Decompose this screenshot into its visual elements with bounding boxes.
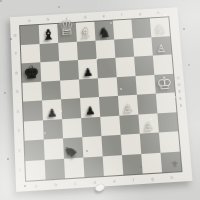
square-e1[interactable] bbox=[103, 155, 124, 176]
coord-label: 6 bbox=[15, 71, 18, 75]
coord-label: 2 bbox=[18, 149, 21, 153]
square-e5[interactable] bbox=[98, 77, 118, 97]
square-c3[interactable] bbox=[62, 118, 82, 139]
black-pawn-b4[interactable]: ♟ bbox=[47, 107, 57, 119]
square-g7[interactable] bbox=[133, 37, 153, 57]
square-b1[interactable] bbox=[45, 158, 65, 179]
square-c7[interactable] bbox=[58, 41, 78, 61]
coord-label: 5 bbox=[16, 90, 19, 94]
square-e3[interactable] bbox=[100, 115, 120, 136]
square-d3[interactable] bbox=[81, 116, 101, 137]
square-g3[interactable]: ♙ bbox=[138, 113, 159, 134]
square-f3[interactable] bbox=[119, 114, 139, 135]
square-g1[interactable] bbox=[141, 152, 162, 173]
square-h2[interactable] bbox=[159, 131, 180, 152]
square-f2[interactable] bbox=[121, 134, 142, 155]
coord-label: h bbox=[171, 175, 174, 179]
chess-board: abcdefgh 87654321 CHESS ♝♕♗♞♘♙♚♟♔♟♟♙♙♞⚜ … bbox=[10, 7, 193, 192]
coord-label: f bbox=[133, 178, 135, 182]
white-pawn-g3[interactable]: ♙ bbox=[143, 121, 154, 133]
board-grid: ♝♕♗♞♘♙♚♟♔♟♟♙♙♞⚜ bbox=[20, 17, 181, 180]
white-king-h5[interactable]: ♔ bbox=[156, 74, 173, 93]
coord-label: c bbox=[74, 181, 76, 185]
coord-label: 1 bbox=[19, 169, 22, 173]
photo-scene: abcdefgh 87654321 CHESS ♝♕♗♞♘♙♚♟♔♟♟♙♙♞⚜ … bbox=[0, 0, 200, 200]
coord-label: e bbox=[102, 14, 105, 18]
corner-emblem: ⚜ bbox=[170, 160, 179, 170]
square-a3[interactable] bbox=[24, 120, 44, 141]
square-e2[interactable] bbox=[101, 135, 122, 156]
coord-label: 4 bbox=[17, 110, 20, 114]
coord-label: 7 bbox=[14, 52, 17, 56]
square-c4[interactable] bbox=[61, 98, 81, 119]
coord-label: h bbox=[157, 11, 160, 15]
square-b7[interactable] bbox=[40, 42, 60, 62]
black-knight-e8[interactable]: ♞ bbox=[98, 25, 111, 39]
square-g2[interactable] bbox=[140, 132, 161, 153]
coord-label: b bbox=[47, 17, 50, 21]
square-g4[interactable] bbox=[137, 94, 157, 115]
square-c8[interactable]: ♕ bbox=[57, 23, 77, 43]
black-pawn-d6[interactable]: ♟ bbox=[83, 66, 93, 77]
square-c2[interactable]: ♞ bbox=[63, 137, 83, 158]
square-f1[interactable] bbox=[122, 153, 143, 174]
white-queen-c8[interactable]: ♕ bbox=[57, 18, 76, 39]
square-h5[interactable]: ♔ bbox=[154, 73, 174, 93]
square-h4[interactable] bbox=[156, 92, 177, 112]
white-knight-h8[interactable]: ♘ bbox=[153, 22, 166, 36]
square-f8[interactable] bbox=[113, 19, 133, 39]
coord-label: f bbox=[121, 13, 123, 17]
square-a5[interactable] bbox=[22, 81, 42, 101]
square-c5[interactable] bbox=[60, 79, 80, 99]
square-h3[interactable] bbox=[157, 112, 178, 133]
square-h1[interactable]: ⚜ bbox=[160, 151, 181, 172]
square-f4[interactable]: ♙ bbox=[118, 95, 138, 116]
square-f7[interactable] bbox=[114, 38, 134, 58]
coord-label: 3 bbox=[17, 129, 20, 133]
square-e6[interactable] bbox=[97, 58, 117, 78]
square-h8[interactable]: ♘ bbox=[150, 17, 170, 37]
coord-label: a bbox=[35, 184, 38, 188]
white-bishop-d8[interactable]: ♗ bbox=[79, 25, 93, 40]
square-d8[interactable]: ♗ bbox=[76, 22, 96, 42]
square-a1[interactable] bbox=[25, 159, 45, 180]
square-d7[interactable] bbox=[77, 40, 97, 60]
square-b4[interactable]: ♟ bbox=[42, 99, 62, 120]
square-a6[interactable]: ♚ bbox=[22, 62, 42, 82]
white-pawn-f4[interactable]: ♙ bbox=[123, 102, 134, 114]
square-g6[interactable] bbox=[134, 56, 154, 76]
square-a7[interactable] bbox=[21, 44, 41, 64]
square-b5[interactable] bbox=[41, 80, 61, 100]
square-a4[interactable] bbox=[23, 100, 43, 121]
square-g5[interactable] bbox=[135, 74, 155, 94]
coord-label: d bbox=[93, 180, 96, 184]
square-a8[interactable] bbox=[20, 25, 39, 45]
square-b3[interactable] bbox=[43, 119, 63, 140]
square-c6[interactable] bbox=[59, 60, 79, 80]
square-d1[interactable] bbox=[83, 156, 104, 177]
square-d5[interactable] bbox=[79, 78, 99, 98]
coord-label: e bbox=[113, 179, 116, 183]
square-d4[interactable]: ♟ bbox=[80, 97, 100, 118]
coord-label: d bbox=[84, 15, 87, 19]
square-a2[interactable] bbox=[25, 140, 45, 161]
square-b6[interactable] bbox=[40, 61, 60, 81]
square-b8[interactable]: ♝ bbox=[39, 24, 58, 44]
square-e7[interactable] bbox=[95, 39, 115, 59]
black-bishop-b8[interactable]: ♝ bbox=[42, 27, 56, 42]
square-e8[interactable]: ♞ bbox=[94, 21, 114, 41]
square-f6[interactable] bbox=[115, 57, 135, 77]
square-c1[interactable] bbox=[64, 157, 84, 178]
square-g8[interactable] bbox=[131, 18, 151, 38]
dust-speckles bbox=[0, 0, 2, 2]
black-pawn-d4[interactable]: ♟ bbox=[85, 105, 96, 117]
square-d2[interactable] bbox=[82, 136, 102, 157]
coord-label: g bbox=[139, 12, 142, 16]
square-d6[interactable]: ♟ bbox=[78, 59, 98, 79]
coord-label: b bbox=[54, 183, 57, 187]
white-pawn-h7[interactable]: ♙ bbox=[156, 43, 167, 54]
square-f5[interactable] bbox=[117, 76, 137, 96]
coord-label: a bbox=[28, 18, 31, 22]
black-king-a6[interactable]: ♚ bbox=[23, 63, 40, 81]
coord-label: 8 bbox=[14, 34, 17, 38]
coord-label: g bbox=[151, 177, 154, 181]
square-h7[interactable]: ♙ bbox=[151, 36, 171, 56]
square-e4[interactable] bbox=[99, 96, 119, 117]
